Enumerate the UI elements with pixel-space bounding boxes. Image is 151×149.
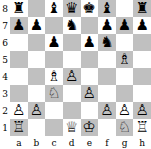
square-c7[interactable]: [45, 17, 63, 34]
square-g3[interactable]: [116, 85, 134, 102]
square-h2[interactable]: ♙: [133, 102, 151, 119]
piece-black-pawn[interactable]: ♟: [83, 34, 96, 51]
square-d1[interactable]: ♕: [63, 119, 81, 136]
rank-label-2: 2: [0, 102, 10, 119]
square-e2[interactable]: [81, 102, 99, 119]
square-b2[interactable]: ♙: [28, 102, 46, 119]
file-label-g: g: [116, 136, 134, 149]
square-f6[interactable]: ♞: [98, 34, 116, 51]
square-a2[interactable]: ♙: [10, 102, 28, 119]
square-b1[interactable]: [28, 119, 46, 136]
chess-board[interactable]: ♜♝♛♚♝♜♟♟♞♟♟♟♟♟♞♗♗♙♘♙♙♙♙♙♙♖♕♔♘♖: [10, 0, 151, 136]
piece-white-king[interactable]: ♔: [83, 119, 96, 136]
square-f8[interactable]: ♝: [98, 0, 116, 17]
square-e5[interactable]: [81, 51, 99, 68]
piece-black-pawn[interactable]: ♟: [30, 17, 43, 34]
piece-white-bishop[interactable]: ♗: [47, 68, 60, 85]
piece-white-rook[interactable]: ♖: [12, 119, 25, 136]
piece-black-queen[interactable]: ♛: [65, 0, 78, 17]
file-label-b: b: [28, 136, 46, 149]
piece-black-bishop[interactable]: ♝: [47, 0, 60, 17]
square-b7[interactable]: ♟: [28, 17, 46, 34]
piece-black-pawn[interactable]: ♟: [47, 34, 60, 51]
square-h5[interactable]: [133, 51, 151, 68]
square-b6[interactable]: [28, 34, 46, 51]
square-b5[interactable]: [28, 51, 46, 68]
piece-white-pawn[interactable]: ♙: [65, 68, 78, 85]
file-label-c: c: [45, 136, 63, 149]
piece-black-rook[interactable]: ♜: [12, 0, 25, 17]
square-a8[interactable]: ♜: [10, 0, 28, 17]
piece-white-pawn[interactable]: ♙: [135, 102, 148, 119]
piece-white-bishop[interactable]: ♗: [118, 51, 131, 68]
square-d8[interactable]: ♛: [63, 0, 81, 17]
file-label-h: h: [133, 136, 151, 149]
square-h6[interactable]: [133, 34, 151, 51]
piece-black-rook[interactable]: ♜: [135, 0, 148, 17]
square-d6[interactable]: [63, 34, 81, 51]
square-g8[interactable]: [116, 0, 134, 17]
square-a6[interactable]: [10, 34, 28, 51]
piece-white-knight[interactable]: ♘: [47, 85, 60, 102]
square-a3[interactable]: [10, 85, 28, 102]
square-f1[interactable]: [98, 119, 116, 136]
piece-white-pawn[interactable]: ♙: [83, 85, 96, 102]
square-f5[interactable]: [98, 51, 116, 68]
piece-black-bishop[interactable]: ♝: [100, 0, 113, 17]
square-h1[interactable]: ♖: [133, 119, 151, 136]
square-d4[interactable]: ♙: [63, 68, 81, 85]
piece-black-knight[interactable]: ♞: [100, 34, 113, 51]
file-label-d: d: [63, 136, 81, 149]
square-g7[interactable]: ♟: [116, 17, 134, 34]
square-d7[interactable]: ♞: [63, 17, 81, 34]
square-a5[interactable]: [10, 51, 28, 68]
piece-black-pawn[interactable]: ♟: [118, 17, 131, 34]
square-c3[interactable]: ♘: [45, 85, 63, 102]
square-f2[interactable]: ♙: [98, 102, 116, 119]
square-g6[interactable]: [116, 34, 134, 51]
file-label-e: e: [81, 136, 99, 149]
piece-white-pawn[interactable]: ♙: [12, 102, 25, 119]
piece-white-queen[interactable]: ♕: [65, 119, 78, 136]
square-c4[interactable]: ♗: [45, 68, 63, 85]
square-f4[interactable]: [98, 68, 116, 85]
square-e8[interactable]: ♚: [81, 0, 99, 17]
piece-black-pawn[interactable]: ♟: [135, 17, 148, 34]
square-b3[interactable]: [28, 85, 46, 102]
rank-label-7: 7: [0, 17, 10, 34]
square-f7[interactable]: ♟: [98, 17, 116, 34]
piece-white-rook[interactable]: ♖: [135, 119, 148, 136]
square-a7[interactable]: ♟: [10, 17, 28, 34]
rank-labels: 87654321: [0, 0, 10, 136]
square-c8[interactable]: ♝: [45, 0, 63, 17]
rank-label-4: 4: [0, 68, 10, 85]
square-e3[interactable]: ♙: [81, 85, 99, 102]
square-a4[interactable]: [10, 68, 28, 85]
square-g1[interactable]: ♘: [116, 119, 134, 136]
square-g2[interactable]: ♙: [116, 102, 134, 119]
square-c2[interactable]: [45, 102, 63, 119]
square-d5[interactable]: [63, 51, 81, 68]
square-e7[interactable]: [81, 17, 99, 34]
square-a1[interactable]: ♖: [10, 119, 28, 136]
square-c1[interactable]: [45, 119, 63, 136]
square-g4[interactable]: [116, 68, 134, 85]
chess-diagram: 87654321 ♜♝♛♚♝♜♟♟♞♟♟♟♟♟♞♗♗♙♘♙♙♙♙♙♙♖♕♔♘♖ …: [0, 0, 151, 149]
rank-label-6: 6: [0, 34, 10, 51]
file-label-f: f: [98, 136, 116, 149]
piece-black-pawn[interactable]: ♟: [100, 17, 113, 34]
square-h8[interactable]: ♜: [133, 0, 151, 17]
piece-black-knight[interactable]: ♞: [65, 17, 78, 34]
square-b4[interactable]: [28, 68, 46, 85]
piece-black-king[interactable]: ♚: [83, 0, 96, 17]
rank-label-8: 8: [0, 0, 10, 17]
square-h3[interactable]: [133, 85, 151, 102]
piece-black-pawn[interactable]: ♟: [12, 17, 25, 34]
square-e4[interactable]: [81, 68, 99, 85]
piece-white-pawn[interactable]: ♙: [118, 102, 131, 119]
file-label-a: a: [10, 136, 28, 149]
square-e1[interactable]: ♔: [81, 119, 99, 136]
rank-label-3: 3: [0, 85, 10, 102]
square-g5[interactable]: ♗: [116, 51, 134, 68]
rank-label-5: 5: [0, 51, 10, 68]
square-e6[interactable]: ♟: [81, 34, 99, 51]
square-f3[interactable]: [98, 85, 116, 102]
file-labels: abcdefgh: [10, 136, 151, 149]
piece-white-pawn[interactable]: ♙: [30, 102, 43, 119]
piece-white-knight[interactable]: ♘: [118, 119, 131, 136]
square-c5[interactable]: [45, 51, 63, 68]
square-b8[interactable]: [28, 0, 46, 17]
rank-label-1: 1: [0, 119, 10, 136]
square-h7[interactable]: ♟: [133, 17, 151, 34]
square-d3[interactable]: [63, 85, 81, 102]
square-d2[interactable]: [63, 102, 81, 119]
square-c6[interactable]: ♟: [45, 34, 63, 51]
square-h4[interactable]: [133, 68, 151, 85]
piece-white-pawn[interactable]: ♙: [100, 102, 113, 119]
